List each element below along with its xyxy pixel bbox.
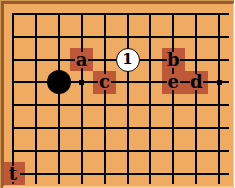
grid-vline [35,13,37,184]
grid-hline [12,104,229,106]
grid-hline [12,13,229,15]
label-b: b [167,52,180,68]
move-number: 1 [122,52,132,67]
grid-hline [12,173,229,175]
grid-vline [104,13,106,184]
grid-vline [172,13,174,184]
grid-vline [81,13,83,184]
label-c: c [98,74,111,90]
black-stone [47,70,71,94]
label-e: e [167,74,180,90]
grid-vline [195,13,197,184]
board-cut-edge-bottom [3,186,234,188]
board-cut-edge-right [233,3,235,188]
grid-vline [58,13,60,184]
label-d: d [190,74,203,90]
go-board: acbedt1 [0,0,234,188]
label-t: t [7,166,20,182]
white-stone-1: 1 [116,48,140,72]
grid-vline [127,13,129,184]
grid-vline [12,13,14,184]
label-a: a [75,52,88,68]
board-border-top [1,1,234,4]
board-border-left [1,1,4,188]
star-point [217,80,222,85]
go-diagram: acbedt1 [0,0,234,188]
grid-vline [218,13,220,184]
grid-vline [149,13,151,184]
grid-hline [12,36,229,38]
grid-hline [12,127,229,129]
star-point [79,80,84,85]
grid-hline [12,150,229,152]
